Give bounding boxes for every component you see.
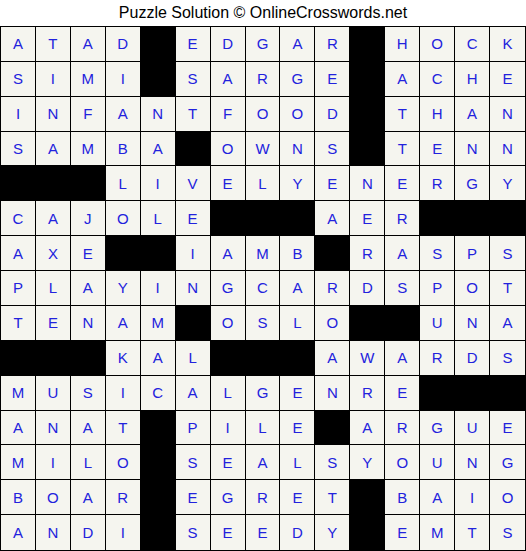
letter-cell-r7c3: E xyxy=(71,236,106,271)
letter-cell-r13c15: G xyxy=(490,445,525,480)
letter-cell-r11c9: E xyxy=(280,376,315,411)
letter-cell-r9c2: E xyxy=(36,306,71,341)
letter-cell-r8c2: L xyxy=(36,271,71,306)
letter-cell-r6c6: E xyxy=(176,201,211,236)
letter-cell-r14c9: E xyxy=(280,480,315,515)
letter-cell-r15c7: E xyxy=(211,515,246,550)
letter-cell-r1c3: A xyxy=(71,27,106,62)
block-cell-r1c11 xyxy=(350,27,385,62)
letter-cell-r8c5: I xyxy=(141,271,176,306)
letter-cell-r11c5: C xyxy=(141,376,176,411)
letter-cell-r2c2: I xyxy=(36,62,71,97)
letter-cell-r12c15: E xyxy=(490,411,525,446)
block-cell-r15c11 xyxy=(350,515,385,550)
letter-cell-r10c4: K xyxy=(106,341,141,376)
block-cell-r3c11 xyxy=(350,97,385,132)
letter-cell-r8c1: P xyxy=(1,271,36,306)
block-cell-r11c14 xyxy=(455,376,490,411)
letter-cell-r12c8: L xyxy=(246,411,281,446)
letter-cell-r4c5: A xyxy=(141,132,176,167)
block-cell-r6c7 xyxy=(211,201,246,236)
letter-cell-r8c4: Y xyxy=(106,271,141,306)
letter-cell-r14c4: R xyxy=(106,480,141,515)
block-cell-r10c7 xyxy=(211,341,246,376)
letter-cell-r15c14: T xyxy=(455,515,490,550)
block-cell-r13c5 xyxy=(141,445,176,480)
letter-cell-r9c4: A xyxy=(106,306,141,341)
block-cell-r14c5 xyxy=(141,480,176,515)
letter-cell-r15c6: S xyxy=(176,515,211,550)
letter-cell-r10c14: D xyxy=(455,341,490,376)
letter-cell-r1c13: O xyxy=(420,27,455,62)
letter-cell-r4c12: T xyxy=(385,132,420,167)
letter-cell-r4c9: N xyxy=(280,132,315,167)
letter-cell-r9c1: T xyxy=(1,306,36,341)
letter-cell-r4c14: N xyxy=(455,132,490,167)
block-cell-r5c3 xyxy=(71,166,106,201)
letter-cell-r5c7: E xyxy=(211,166,246,201)
letter-cell-r1c8: G xyxy=(246,27,281,62)
letter-cell-r7c14: P xyxy=(455,236,490,271)
letter-cell-r3c8: O xyxy=(246,97,281,132)
block-cell-r5c1 xyxy=(1,166,36,201)
letter-cell-r3c7: F xyxy=(211,97,246,132)
page-title: Puzzle Solution © OnlineCrosswords.net xyxy=(0,0,526,26)
letter-cell-r5c14: G xyxy=(455,166,490,201)
letter-cell-r6c10: A xyxy=(315,201,350,236)
block-cell-r1c5 xyxy=(141,27,176,62)
block-cell-r6c14 xyxy=(455,201,490,236)
letter-cell-r13c9: L xyxy=(280,445,315,480)
letter-cell-r9c9: L xyxy=(280,306,315,341)
letter-cell-r6c1: C xyxy=(1,201,36,236)
letter-cell-r3c15: N xyxy=(490,97,525,132)
letter-cell-r2c13: C xyxy=(420,62,455,97)
block-cell-r12c10 xyxy=(315,411,350,446)
letter-cell-r9c13: U xyxy=(420,306,455,341)
block-cell-r15c5 xyxy=(141,515,176,550)
letter-cell-r4c13: E xyxy=(420,132,455,167)
letter-cell-r14c6: E xyxy=(176,480,211,515)
letter-cell-r12c1: A xyxy=(1,411,36,446)
letter-cell-r12c11: A xyxy=(350,411,385,446)
letter-cell-r6c3: J xyxy=(71,201,106,236)
letter-cell-r15c15: S xyxy=(490,515,525,550)
letter-cell-r7c1: A xyxy=(1,236,36,271)
letter-cell-r2c12: A xyxy=(385,62,420,97)
letter-cell-r14c13: A xyxy=(420,480,455,515)
letter-cell-r1c14: C xyxy=(455,27,490,62)
letter-cell-r15c10: Y xyxy=(315,515,350,550)
letter-cell-r10c12: A xyxy=(385,341,420,376)
letter-cell-r9c10: O xyxy=(315,306,350,341)
letter-cell-r7c11: R xyxy=(350,236,385,271)
letter-cell-r11c2: U xyxy=(36,376,71,411)
letter-cell-r14c15: O xyxy=(490,480,525,515)
letter-cell-r11c6: A xyxy=(176,376,211,411)
letter-cell-r13c14: N xyxy=(455,445,490,480)
letter-cell-r3c13: H xyxy=(420,97,455,132)
block-cell-r10c1 xyxy=(1,341,36,376)
letter-cell-r13c2: I xyxy=(36,445,71,480)
letter-cell-r5c12: E xyxy=(385,166,420,201)
letter-cell-r7c12: A xyxy=(385,236,420,271)
letter-cell-r9c8: S xyxy=(246,306,281,341)
letter-cell-r1c4: D xyxy=(106,27,141,62)
letter-cell-r3c14: A xyxy=(455,97,490,132)
letter-cell-r5c8: L xyxy=(246,166,281,201)
letter-cell-r9c15: A xyxy=(490,306,525,341)
block-cell-r6c13 xyxy=(420,201,455,236)
letter-cell-r8c3: A xyxy=(71,271,106,306)
letter-cell-r12c13: G xyxy=(420,411,455,446)
letter-cell-r11c12: E xyxy=(385,376,420,411)
letter-cell-r3c5: N xyxy=(141,97,176,132)
letter-cell-r13c4: O xyxy=(106,445,141,480)
letter-cell-r7c15: S xyxy=(490,236,525,271)
letter-cell-r15c1: A xyxy=(1,515,36,550)
letter-cell-r3c4: A xyxy=(106,97,141,132)
letter-cell-r8c13: P xyxy=(420,271,455,306)
letter-cell-r1c2: T xyxy=(36,27,71,62)
block-cell-r11c13 xyxy=(420,376,455,411)
letter-cell-r5c4: L xyxy=(106,166,141,201)
letter-cell-r10c11: W xyxy=(350,341,385,376)
letter-cell-r14c10: T xyxy=(315,480,350,515)
letter-cell-r2c10: E xyxy=(315,62,350,97)
letter-cell-r11c3: S xyxy=(71,376,106,411)
letter-cell-r6c4: O xyxy=(106,201,141,236)
letter-cell-r8c10: R xyxy=(315,271,350,306)
letter-cell-r11c4: I xyxy=(106,376,141,411)
letter-cell-r14c12: B xyxy=(385,480,420,515)
block-cell-r6c9 xyxy=(280,201,315,236)
letter-cell-r5c15: Y xyxy=(490,166,525,201)
letter-cell-r10c6: L xyxy=(176,341,211,376)
letter-cell-r6c11: E xyxy=(350,201,385,236)
letter-cell-r1c15: K xyxy=(490,27,525,62)
letter-cell-r14c7: G xyxy=(211,480,246,515)
letter-cell-r3c3: F xyxy=(71,97,106,132)
block-cell-r4c11 xyxy=(350,132,385,167)
letter-cell-r11c8: G xyxy=(246,376,281,411)
letter-cell-r8c8: C xyxy=(246,271,281,306)
letter-cell-r12c14: U xyxy=(455,411,490,446)
letter-cell-r15c3: D xyxy=(71,515,106,550)
letter-cell-r8c11: D xyxy=(350,271,385,306)
letter-cell-r12c7: I xyxy=(211,411,246,446)
letter-cell-r10c10: A xyxy=(315,341,350,376)
letter-cell-r13c7: E xyxy=(211,445,246,480)
letter-cell-r7c6: I xyxy=(176,236,211,271)
letter-cell-r1c9: A xyxy=(280,27,315,62)
letter-cell-r13c12: O xyxy=(385,445,420,480)
letter-cell-r15c2: N xyxy=(36,515,71,550)
letter-cell-r1c1: A xyxy=(1,27,36,62)
crossword-grid: ATADEDGARHOCKSIMISARGEACHEINFANTFOODTHAN… xyxy=(0,26,526,551)
letter-cell-r3c1: I xyxy=(1,97,36,132)
letter-cell-r2c9: G xyxy=(280,62,315,97)
letter-cell-r6c2: A xyxy=(36,201,71,236)
letter-cell-r15c8: E xyxy=(246,515,281,550)
letter-cell-r4c8: W xyxy=(246,132,281,167)
letter-cell-r8c9: A xyxy=(280,271,315,306)
letter-cell-r13c8: A xyxy=(246,445,281,480)
letter-cell-r15c4: I xyxy=(106,515,141,550)
letter-cell-r12c12: R xyxy=(385,411,420,446)
letter-cell-r14c8: R xyxy=(246,480,281,515)
letter-cell-r2c15: E xyxy=(490,62,525,97)
block-cell-r10c9 xyxy=(280,341,315,376)
letter-cell-r9c14: N xyxy=(455,306,490,341)
letter-cell-r12c2: N xyxy=(36,411,71,446)
letter-cell-r13c13: U xyxy=(420,445,455,480)
block-cell-r10c3 xyxy=(71,341,106,376)
letter-cell-r11c11: R xyxy=(350,376,385,411)
letter-cell-r8c14: O xyxy=(455,271,490,306)
letter-cell-r12c3: A xyxy=(71,411,106,446)
block-cell-r2c11 xyxy=(350,62,385,97)
letter-cell-r8c7: G xyxy=(211,271,246,306)
letter-cell-r13c11: Y xyxy=(350,445,385,480)
letter-cell-r1c10: R xyxy=(315,27,350,62)
letter-cell-r14c2: O xyxy=(36,480,71,515)
letter-cell-r11c7: L xyxy=(211,376,246,411)
letter-cell-r15c13: M xyxy=(420,515,455,550)
letter-cell-r9c7: O xyxy=(211,306,246,341)
letter-cell-r12c9: E xyxy=(280,411,315,446)
letter-cell-r8c12: S xyxy=(385,271,420,306)
letter-cell-r5c10: E xyxy=(315,166,350,201)
letter-cell-r12c4: T xyxy=(106,411,141,446)
block-cell-r2c5 xyxy=(141,62,176,97)
letter-cell-r3c6: T xyxy=(176,97,211,132)
letter-cell-r1c7: D xyxy=(211,27,246,62)
letter-cell-r1c12: H xyxy=(385,27,420,62)
letter-cell-r4c2: A xyxy=(36,132,71,167)
block-cell-r9c6 xyxy=(176,306,211,341)
letter-cell-r14c14: I xyxy=(455,480,490,515)
block-cell-r6c15 xyxy=(490,201,525,236)
letter-cell-r2c7: A xyxy=(211,62,246,97)
letter-cell-r4c3: M xyxy=(71,132,106,167)
letter-cell-r11c1: M xyxy=(1,376,36,411)
puzzle-solution-page: Puzzle Solution © OnlineCrosswords.net A… xyxy=(0,0,526,551)
letter-cell-r9c3: N xyxy=(71,306,106,341)
letter-cell-r14c3: A xyxy=(71,480,106,515)
letter-cell-r13c1: M xyxy=(1,445,36,480)
letter-cell-r3c10: D xyxy=(315,97,350,132)
letter-cell-r2c6: S xyxy=(176,62,211,97)
letter-cell-r3c12: T xyxy=(385,97,420,132)
block-cell-r9c12 xyxy=(385,306,420,341)
block-cell-r7c5 xyxy=(141,236,176,271)
block-cell-r7c4 xyxy=(106,236,141,271)
letter-cell-r7c7: A xyxy=(211,236,246,271)
letter-cell-r4c4: B xyxy=(106,132,141,167)
letter-cell-r11c10: N xyxy=(315,376,350,411)
block-cell-r4c6 xyxy=(176,132,211,167)
letter-cell-r4c15: N xyxy=(490,132,525,167)
letter-cell-r5c13: R xyxy=(420,166,455,201)
letter-cell-r4c1: S xyxy=(1,132,36,167)
letter-cell-r4c7: O xyxy=(211,132,246,167)
letter-cell-r2c1: S xyxy=(1,62,36,97)
letter-cell-r13c6: S xyxy=(176,445,211,480)
letter-cell-r2c3: M xyxy=(71,62,106,97)
letter-cell-r13c10: S xyxy=(315,445,350,480)
letter-cell-r9c5: M xyxy=(141,306,176,341)
block-cell-r10c2 xyxy=(36,341,71,376)
block-cell-r14c11 xyxy=(350,480,385,515)
letter-cell-r7c8: M xyxy=(246,236,281,271)
letter-cell-r1c6: E xyxy=(176,27,211,62)
letter-cell-r2c14: H xyxy=(455,62,490,97)
letter-cell-r6c12: R xyxy=(385,201,420,236)
block-cell-r11c15 xyxy=(490,376,525,411)
block-cell-r12c5 xyxy=(141,411,176,446)
block-cell-r10c8 xyxy=(246,341,281,376)
block-cell-r9c11 xyxy=(350,306,385,341)
letter-cell-r5c6: V xyxy=(176,166,211,201)
letter-cell-r8c15: T xyxy=(490,271,525,306)
letter-cell-r5c9: Y xyxy=(280,166,315,201)
block-cell-r7c10 xyxy=(315,236,350,271)
block-cell-r5c2 xyxy=(36,166,71,201)
letter-cell-r3c9: O xyxy=(280,97,315,132)
letter-cell-r10c13: R xyxy=(420,341,455,376)
letter-cell-r15c12: E xyxy=(385,515,420,550)
letter-cell-r7c9: B xyxy=(280,236,315,271)
letter-cell-r4c10: S xyxy=(315,132,350,167)
letter-cell-r3c2: N xyxy=(36,97,71,132)
letter-cell-r5c5: I xyxy=(141,166,176,201)
letter-cell-r12c6: P xyxy=(176,411,211,446)
letter-cell-r5c11: N xyxy=(350,166,385,201)
letter-cell-r2c4: I xyxy=(106,62,141,97)
letter-cell-r13c3: L xyxy=(71,445,106,480)
letter-cell-r14c1: B xyxy=(1,480,36,515)
letter-cell-r7c13: S xyxy=(420,236,455,271)
block-cell-r6c8 xyxy=(246,201,281,236)
letter-cell-r8c6: N xyxy=(176,271,211,306)
letter-cell-r6c5: L xyxy=(141,201,176,236)
letter-cell-r10c5: A xyxy=(141,341,176,376)
letter-cell-r10c15: S xyxy=(490,341,525,376)
letter-cell-r15c9: D xyxy=(280,515,315,550)
letter-cell-r2c8: R xyxy=(246,62,281,97)
letter-cell-r7c2: X xyxy=(36,236,71,271)
